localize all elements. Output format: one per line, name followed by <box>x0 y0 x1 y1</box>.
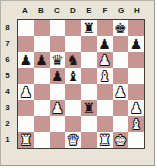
piece-white-pawn-a4[interactable]: ♟ <box>20 84 33 100</box>
square-h8[interactable] <box>128 20 144 36</box>
piece-black-pawn-f7[interactable]: ♟ <box>98 36 111 52</box>
square-h7[interactable]: ♟ <box>128 36 144 52</box>
square-b4[interactable] <box>34 84 50 100</box>
piece-white-rook-f1[interactable]: ♜ <box>98 132 111 148</box>
square-f1[interactable]: ♜ <box>97 132 113 148</box>
piece-white-king-g1[interactable]: ♚ <box>114 132 127 148</box>
piece-black-bishop-d5[interactable]: ♝ <box>67 68 80 84</box>
rank-label-2: 2 <box>1 115 14 131</box>
square-h5[interactable] <box>128 68 144 84</box>
square-d8[interactable] <box>65 20 81 36</box>
square-h1[interactable] <box>128 132 144 148</box>
square-b5[interactable] <box>34 68 50 84</box>
piece-white-pawn-c3[interactable]: ♟ <box>51 100 64 116</box>
piece-black-rook-e8[interactable]: ♜ <box>83 20 96 36</box>
square-d3[interactable] <box>65 100 81 116</box>
square-f5[interactable]: ♝ <box>97 68 113 84</box>
piece-black-queen-c6[interactable]: ♛ <box>51 52 64 68</box>
square-h4[interactable] <box>128 84 144 100</box>
square-c5[interactable]: ♟ <box>50 68 66 84</box>
square-a5[interactable] <box>18 68 34 84</box>
square-g5[interactable] <box>113 68 129 84</box>
piece-black-pawn-h7[interactable]: ♟ <box>130 36 143 52</box>
file-label-h: H <box>129 5 145 17</box>
file-label-g: G <box>113 5 129 17</box>
square-c3[interactable]: ♟ <box>50 100 66 116</box>
square-e2[interactable] <box>81 116 97 132</box>
square-c1[interactable] <box>50 132 66 148</box>
rank-label-6: 6 <box>1 51 14 67</box>
square-d4[interactable] <box>65 84 81 100</box>
square-b1[interactable] <box>34 132 50 148</box>
square-e6[interactable] <box>81 52 97 68</box>
square-d2[interactable] <box>65 116 81 132</box>
square-d1[interactable]: ♛ <box>65 132 81 148</box>
file-label-b: B <box>33 5 49 17</box>
piece-black-rook-e3[interactable]: ♜ <box>83 100 96 116</box>
square-e8[interactable]: ♜ <box>81 20 97 36</box>
piece-white-rook-a1[interactable]: ♜ <box>20 132 33 148</box>
file-label-c: C <box>49 5 65 17</box>
square-g6[interactable] <box>113 52 129 68</box>
rank-label-5: 5 <box>1 67 14 83</box>
piece-black-pawn-a6[interactable]: ♟ <box>20 52 33 68</box>
square-b7[interactable] <box>34 36 50 52</box>
square-b6[interactable]: ♟ <box>34 52 50 68</box>
square-e7[interactable] <box>81 36 97 52</box>
square-c4[interactable] <box>50 84 66 100</box>
piece-white-pawn-h3[interactable]: ♟ <box>130 100 143 116</box>
file-labels: ABCDEFGH <box>17 5 145 17</box>
square-a7[interactable] <box>18 36 34 52</box>
square-a2[interactable] <box>18 116 34 132</box>
square-d5[interactable]: ♝ <box>65 68 81 84</box>
square-c7[interactable] <box>50 36 66 52</box>
square-g3[interactable] <box>113 100 129 116</box>
rank-label-3: 3 <box>1 99 14 115</box>
square-f7[interactable]: ♟ <box>97 36 113 52</box>
square-h6[interactable] <box>128 52 144 68</box>
file-label-a: A <box>17 5 33 17</box>
square-f8[interactable] <box>97 20 113 36</box>
square-f3[interactable] <box>97 100 113 116</box>
piece-white-bishop-h2[interactable]: ♝ <box>130 116 143 132</box>
square-c2[interactable] <box>50 116 66 132</box>
square-a6[interactable]: ♟ <box>18 52 34 68</box>
square-e3[interactable]: ♜ <box>81 100 97 116</box>
piece-black-knight-d6[interactable]: ♞ <box>67 52 80 68</box>
square-a4[interactable]: ♟ <box>18 84 34 100</box>
square-e1[interactable] <box>81 132 97 148</box>
piece-white-queen-d1[interactable]: ♛ <box>67 132 80 148</box>
square-a1[interactable]: ♜ <box>18 132 34 148</box>
rank-label-7: 7 <box>1 35 14 51</box>
piece-white-pawn-g4[interactable]: ♟ <box>114 84 127 100</box>
square-f2[interactable] <box>97 116 113 132</box>
square-f4[interactable] <box>97 84 113 100</box>
square-g8[interactable]: ♚ <box>113 20 129 36</box>
square-a3[interactable] <box>18 100 34 116</box>
square-b2[interactable] <box>34 116 50 132</box>
rank-labels: 87654321 <box>1 19 14 147</box>
file-label-f: F <box>97 5 113 17</box>
square-c6[interactable]: ♛ <box>50 52 66 68</box>
square-g7[interactable] <box>113 36 129 52</box>
piece-black-pawn-b6[interactable]: ♟ <box>35 52 48 68</box>
square-d7[interactable] <box>65 36 81 52</box>
file-label-d: D <box>65 5 81 17</box>
square-d6[interactable]: ♞ <box>65 52 81 68</box>
square-b3[interactable] <box>34 100 50 116</box>
rank-label-1: 1 <box>1 131 14 147</box>
square-h3[interactable]: ♟ <box>128 100 144 116</box>
square-g1[interactable]: ♚ <box>113 132 129 148</box>
square-e4[interactable] <box>81 84 97 100</box>
square-c8[interactable] <box>50 20 66 36</box>
piece-white-pawn-f6[interactable]: ♟ <box>98 52 111 68</box>
square-a8[interactable] <box>18 20 34 36</box>
piece-black-king-g8[interactable]: ♚ <box>114 20 127 36</box>
square-h2[interactable]: ♝ <box>128 116 144 132</box>
chess-board: ♜♚♟♟♟♟♛♞♟♟♝♝♟♟♟♜♟♝♜♛♜♚ <box>17 19 145 149</box>
square-f6[interactable]: ♟ <box>97 52 113 68</box>
rank-label-4: 4 <box>1 83 14 99</box>
piece-black-pawn-c5[interactable]: ♟ <box>51 68 64 84</box>
square-e5[interactable] <box>81 68 97 84</box>
chess-diagram: ABCDEFGH 87654321 ♜♚♟♟♟♟♛♞♟♟♝♝♟♟♟♜♟♝♜♛♜♚ <box>0 0 155 166</box>
piece-white-bishop-f5[interactable]: ♝ <box>98 68 111 84</box>
square-g2[interactable] <box>113 116 129 132</box>
file-label-e: E <box>81 5 97 17</box>
rank-label-8: 8 <box>1 19 14 35</box>
square-b8[interactable] <box>34 20 50 36</box>
square-g4[interactable]: ♟ <box>113 84 129 100</box>
